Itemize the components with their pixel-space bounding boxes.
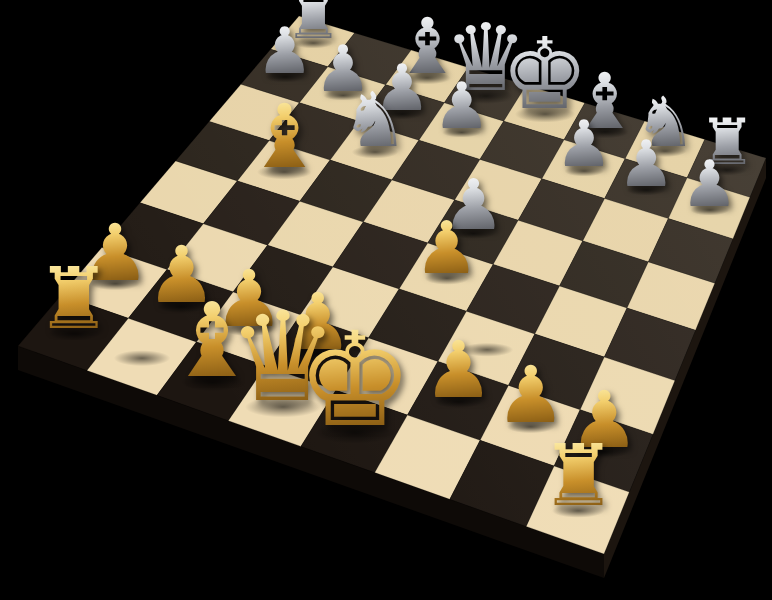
chess-board [0, 0, 772, 600]
board-sheen [18, 16, 766, 554]
chess-set-photo: ♜♟♝♟♛♟♚♝♟♞♞♜♟♝♟♟♟♟♟♟♟♜♞♟♞♝♟♛♟♚♟♜ [0, 0, 772, 600]
